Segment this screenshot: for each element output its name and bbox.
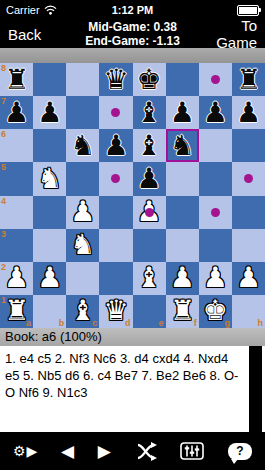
to-game-button[interactable]: To Game bbox=[197, 17, 257, 51]
square-e6[interactable]: ♝ bbox=[133, 129, 166, 162]
square-d4[interactable] bbox=[99, 196, 132, 229]
square-h4[interactable] bbox=[232, 196, 265, 229]
move-list-text: 1. e4 c5 2. Nf3 Nc6 3. d4 cxd4 4. Nxd4 e… bbox=[0, 346, 265, 401]
square-c4[interactable]: ♟ bbox=[66, 196, 99, 229]
next-icon: ▶ bbox=[98, 443, 111, 460]
black-pawn-piece: ♟ bbox=[37, 99, 62, 127]
rank-label: 6 bbox=[1, 129, 6, 139]
move-list-panel[interactable]: 1. e4 c5 2. Nf3 Nc6 3. d4 cxd4 4. Nxd4 e… bbox=[0, 346, 265, 432]
square-d8[interactable]: ♛ bbox=[99, 63, 132, 96]
square-a8[interactable]: ♜8 bbox=[0, 63, 33, 96]
evaluation-scores: Mid-Game: 0.38 End-Game: -1.13 bbox=[68, 20, 197, 49]
square-e7[interactable]: ♝ bbox=[133, 96, 166, 129]
square-h2[interactable]: ♟ bbox=[232, 262, 265, 295]
square-g7[interactable]: ♟ bbox=[199, 96, 232, 129]
rank-label: 7 bbox=[1, 96, 6, 106]
black-pawn-piece: ♟ bbox=[236, 99, 261, 127]
square-h3[interactable] bbox=[232, 229, 265, 262]
square-g2[interactable]: ♟ bbox=[199, 262, 232, 295]
rank-label: 3 bbox=[1, 229, 6, 239]
square-c5[interactable] bbox=[66, 162, 99, 195]
previous-move-button[interactable]: ◀ bbox=[61, 443, 74, 460]
mid-game-score: Mid-Game: 0.38 bbox=[68, 20, 197, 34]
black-pawn-piece: ♟ bbox=[170, 99, 195, 127]
white-pawn-piece: ♟ bbox=[4, 264, 29, 292]
rank-label: 4 bbox=[1, 196, 6, 206]
square-b7[interactable]: ♟ bbox=[33, 96, 66, 129]
square-b2[interactable]: ♟ bbox=[33, 262, 66, 295]
square-f4[interactable] bbox=[166, 196, 199, 229]
square-a1[interactable]: ♜1a bbox=[0, 295, 33, 328]
black-rook-piece: ♜ bbox=[4, 66, 29, 94]
battery-icon bbox=[237, 5, 259, 16]
square-c3[interactable]: ♞ bbox=[66, 229, 99, 262]
square-f8[interactable] bbox=[166, 63, 199, 96]
shuffle-icon bbox=[135, 442, 157, 461]
square-e1[interactable]: e bbox=[133, 295, 166, 328]
black-bishop-piece: ♝ bbox=[137, 132, 162, 160]
square-g1[interactable]: ♚g bbox=[199, 295, 232, 328]
square-a2[interactable]: ♟2 bbox=[0, 262, 33, 295]
help-bubble-icon: ? bbox=[228, 443, 252, 460]
file-label: a bbox=[26, 319, 31, 328]
square-d6[interactable]: ♟ bbox=[99, 129, 132, 162]
square-b4[interactable] bbox=[33, 196, 66, 229]
nav-bar: Back Mid-Game: 0.38 End-Game: -1.13 To G… bbox=[0, 20, 265, 48]
black-pawn-piece: ♟ bbox=[137, 165, 162, 193]
chess-board: ♜8♛♚♜♟7♟♝♟♟♟6♞♟♝♞5♞♟4♟♟3♞♟2♟♝♟♟♟♜1ab♝c♛d… bbox=[0, 63, 265, 328]
white-pawn-piece: ♟ bbox=[203, 264, 228, 292]
wifi-icon bbox=[44, 5, 57, 15]
end-game-score: End-Game: -1.13 bbox=[68, 34, 197, 48]
square-h7[interactable]: ♟ bbox=[232, 96, 265, 129]
white-knight-piece: ♞ bbox=[37, 165, 62, 193]
square-f3[interactable] bbox=[166, 229, 199, 262]
square-c7[interactable] bbox=[66, 96, 99, 129]
square-b3[interactable] bbox=[33, 229, 66, 262]
black-pawn-piece: ♟ bbox=[203, 99, 228, 127]
square-d3[interactable] bbox=[99, 229, 132, 262]
white-pawn-piece: ♟ bbox=[170, 264, 195, 292]
square-f6[interactable]: ♞ bbox=[166, 129, 199, 162]
legal-move-dot[interactable] bbox=[211, 208, 220, 217]
rank-label: 2 bbox=[1, 262, 6, 272]
square-h6[interactable] bbox=[232, 129, 265, 162]
black-bishop-piece: ♝ bbox=[137, 99, 162, 127]
back-button[interactable]: Back bbox=[8, 26, 68, 43]
black-knight-piece: ♞ bbox=[70, 132, 95, 160]
white-rook-piece: ♜ bbox=[170, 297, 195, 325]
black-pawn-piece: ♟ bbox=[4, 99, 29, 127]
file-label: g bbox=[224, 319, 230, 328]
legal-move-dot[interactable] bbox=[244, 174, 253, 183]
file-label: f bbox=[194, 319, 197, 328]
settings-button[interactable] bbox=[180, 442, 204, 460]
square-h5[interactable] bbox=[232, 162, 265, 195]
square-e3[interactable] bbox=[133, 229, 166, 262]
shuffle-button[interactable] bbox=[135, 442, 157, 461]
file-label: e bbox=[159, 319, 164, 328]
help-label: ? bbox=[236, 444, 243, 458]
square-e5[interactable]: ♟ bbox=[133, 162, 166, 195]
square-g8[interactable] bbox=[199, 63, 232, 96]
square-a3[interactable]: 3 bbox=[0, 229, 33, 262]
auto-play-button[interactable]: ⚙ ▶ bbox=[13, 444, 37, 458]
rank-label: 8 bbox=[1, 63, 6, 73]
square-e2[interactable]: ♝ bbox=[133, 262, 166, 295]
legal-move-dot[interactable] bbox=[145, 208, 154, 217]
next-move-button[interactable]: ▶ bbox=[98, 443, 111, 460]
white-pawn-piece: ♟ bbox=[236, 264, 261, 292]
file-label: b bbox=[59, 319, 65, 328]
white-pawn-piece: ♟ bbox=[37, 264, 62, 292]
square-a5[interactable]: 5 bbox=[0, 162, 33, 195]
square-c2[interactable] bbox=[66, 262, 99, 295]
black-rook-piece: ♜ bbox=[236, 66, 261, 94]
app-window: Carrier 1:12 PM Back Mid-Game: 0.38 End-… bbox=[0, 0, 265, 470]
square-e4[interactable]: ♟ bbox=[133, 196, 166, 229]
file-label: h bbox=[258, 319, 264, 328]
square-c6[interactable]: ♞ bbox=[66, 129, 99, 162]
square-c8[interactable] bbox=[66, 63, 99, 96]
square-a6[interactable]: 6 bbox=[0, 129, 33, 162]
square-g5[interactable] bbox=[199, 162, 232, 195]
bottom-toolbar: ⚙ ▶ ◀ ▶ bbox=[0, 432, 265, 470]
square-h8[interactable]: ♜ bbox=[232, 63, 265, 96]
legal-move-dot[interactable] bbox=[211, 75, 220, 84]
previous-icon: ◀ bbox=[61, 443, 74, 460]
square-b5[interactable]: ♞ bbox=[33, 162, 66, 195]
square-b6[interactable] bbox=[33, 129, 66, 162]
square-d5[interactable] bbox=[99, 162, 132, 195]
square-a4[interactable]: 4 bbox=[0, 196, 33, 229]
clock-time: 1:12 PM bbox=[90, 4, 174, 16]
sliders-icon bbox=[180, 442, 204, 460]
black-pawn-piece: ♟ bbox=[103, 132, 128, 160]
square-d7[interactable] bbox=[99, 96, 132, 129]
scrollbar[interactable] bbox=[249, 346, 262, 432]
black-queen-piece: ♛ bbox=[103, 66, 128, 94]
square-f2[interactable]: ♟ bbox=[166, 262, 199, 295]
rank-label: 5 bbox=[1, 162, 6, 172]
square-f1[interactable]: ♜f bbox=[166, 295, 199, 328]
black-king-piece: ♚ bbox=[137, 66, 162, 94]
book-move-bar: Book: a6 (100%) bbox=[0, 328, 265, 346]
square-g4[interactable] bbox=[199, 196, 232, 229]
white-knight-piece: ♞ bbox=[70, 231, 95, 259]
legal-move-dot[interactable] bbox=[111, 108, 120, 117]
square-g3[interactable] bbox=[199, 229, 232, 262]
square-b8[interactable] bbox=[33, 63, 66, 96]
file-label: c bbox=[92, 319, 97, 328]
square-d2[interactable] bbox=[99, 262, 132, 295]
square-e8[interactable]: ♚ bbox=[133, 63, 166, 96]
square-a7[interactable]: ♟7 bbox=[0, 96, 33, 129]
play-icon: ▶ bbox=[27, 444, 38, 458]
square-f5[interactable] bbox=[166, 162, 199, 195]
square-c1[interactable]: ♝c bbox=[66, 295, 99, 328]
square-b1[interactable]: b bbox=[33, 295, 66, 328]
file-label: d bbox=[125, 319, 131, 328]
carrier-label: Carrier bbox=[6, 4, 40, 16]
square-h1[interactable]: h bbox=[232, 295, 265, 328]
white-pawn-piece: ♟ bbox=[70, 198, 95, 226]
black-knight-piece: ♞ bbox=[170, 132, 195, 160]
square-d1[interactable]: ♛d bbox=[99, 295, 132, 328]
rank-label: 1 bbox=[1, 295, 6, 305]
square-f7[interactable]: ♟ bbox=[166, 96, 199, 129]
white-bishop-piece: ♝ bbox=[137, 264, 162, 292]
help-button[interactable]: ? bbox=[228, 443, 252, 460]
legal-move-dot[interactable] bbox=[111, 174, 120, 183]
gear-icon: ⚙ bbox=[13, 444, 26, 458]
square-g6[interactable] bbox=[199, 129, 232, 162]
